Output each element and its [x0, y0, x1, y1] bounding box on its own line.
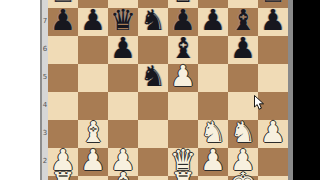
square-f6[interactable] — [198, 36, 228, 64]
square-g5[interactable] — [228, 64, 258, 92]
square-c6[interactable]: ♟ — [108, 36, 138, 64]
square-h2[interactable] — [258, 148, 288, 176]
piece-bp-f7[interactable]: ♟ — [198, 8, 228, 36]
right-black-panel — [293, 0, 320, 180]
square-d3[interactable] — [138, 120, 168, 148]
square-f7[interactable]: ♟ — [198, 8, 228, 36]
left-blank-panel — [0, 0, 40, 180]
square-a4[interactable] — [48, 92, 78, 120]
piece-bp-g6[interactable]: ♟ — [228, 36, 258, 64]
square-e1[interactable]: ♜ — [168, 176, 198, 180]
square-h7[interactable]: ♟ — [258, 8, 288, 36]
chess-app-screen: 87654321 ♜♚♜♟♟♛♞♟♟♝♟♟♝♟♞♟♝♞♞♟♟♟♟♛♟♟♜♝♜♚ — [0, 0, 320, 180]
square-d4[interactable] — [138, 92, 168, 120]
square-h5[interactable] — [258, 64, 288, 92]
piece-wp-f2[interactable]: ♟ — [198, 148, 228, 176]
square-e5[interactable]: ♟ — [168, 64, 198, 92]
piece-wr-a1[interactable]: ♜ — [48, 171, 78, 180]
piece-wk-g1[interactable]: ♚ — [228, 171, 258, 180]
piece-bp-c6[interactable]: ♟ — [108, 36, 138, 64]
piece-bn-d5[interactable]: ♞ — [138, 64, 168, 92]
square-a5[interactable] — [48, 64, 78, 92]
square-f5[interactable] — [198, 64, 228, 92]
piece-wr-e1[interactable]: ♜ — [168, 171, 198, 180]
square-b7[interactable]: ♟ — [78, 8, 108, 36]
square-b1[interactable] — [78, 176, 108, 180]
square-d1[interactable] — [138, 176, 168, 180]
square-e4[interactable] — [168, 92, 198, 120]
square-a6[interactable] — [48, 36, 78, 64]
square-b6[interactable] — [78, 36, 108, 64]
square-c5[interactable] — [108, 64, 138, 92]
square-g6[interactable]: ♟ — [228, 36, 258, 64]
piece-bn-d7[interactable]: ♞ — [138, 8, 168, 36]
square-d5[interactable]: ♞ — [138, 64, 168, 92]
square-h1[interactable] — [258, 176, 288, 180]
piece-wp-e5[interactable]: ♟ — [168, 64, 198, 92]
piece-wb-c1[interactable]: ♝ — [108, 171, 138, 180]
square-d2[interactable] — [138, 148, 168, 176]
square-f1[interactable] — [198, 176, 228, 180]
square-a7[interactable]: ♟ — [48, 8, 78, 36]
square-a1[interactable]: ♜ — [48, 176, 78, 180]
square-b5[interactable] — [78, 64, 108, 92]
piece-wp-h3[interactable]: ♟ — [258, 120, 288, 148]
piece-bp-h7[interactable]: ♟ — [258, 8, 288, 36]
square-f2[interactable]: ♟ — [198, 148, 228, 176]
square-b2[interactable]: ♟ — [78, 148, 108, 176]
chess-board[interactable]: ♜♚♜♟♟♛♞♟♟♝♟♟♝♟♞♟♝♞♞♟♟♟♟♛♟♟♜♝♜♚ — [48, 0, 288, 180]
square-c1[interactable]: ♝ — [108, 176, 138, 180]
piece-bp-a7[interactable]: ♟ — [48, 8, 78, 36]
piece-bp-b7[interactable]: ♟ — [78, 8, 108, 36]
square-h6[interactable] — [258, 36, 288, 64]
square-h3[interactable]: ♟ — [258, 120, 288, 148]
piece-wp-b2[interactable]: ♟ — [78, 148, 108, 176]
square-c4[interactable] — [108, 92, 138, 120]
square-d7[interactable]: ♞ — [138, 8, 168, 36]
square-g1[interactable]: ♚ — [228, 176, 258, 180]
